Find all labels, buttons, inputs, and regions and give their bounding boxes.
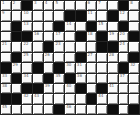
cell-r10c12[interactable] — [119, 94, 129, 103]
clue-number: 21 — [2, 42, 7, 46]
clue-number: 19 — [109, 32, 114, 36]
cell-r5c7[interactable] — [65, 42, 75, 51]
cell-r11c1[interactable]: 45 — [1, 105, 11, 114]
clue-number: 12 — [120, 11, 125, 15]
cell-r10c11[interactable] — [108, 94, 118, 103]
cell-r11c12[interactable] — [119, 105, 129, 114]
cell-r11c2[interactable] — [12, 105, 22, 114]
clue-number: 40 — [66, 84, 71, 88]
clue-number: 38 — [2, 84, 7, 88]
clue-number: 4 — [45, 1, 48, 5]
cell-r10c6[interactable] — [54, 94, 64, 103]
cell-r7c7[interactable]: 30 — [65, 63, 75, 72]
cell-r1c6[interactable]: 5 — [54, 1, 64, 10]
cell-r10c8[interactable] — [76, 94, 86, 103]
black-cell-r5c5 — [44, 42, 54, 51]
clue-number: 44 — [98, 94, 103, 98]
cell-r3c11[interactable] — [108, 22, 118, 31]
black-cell-r4c3 — [22, 32, 32, 41]
cell-r3c13[interactable] — [129, 22, 139, 31]
black-cell-r6c2 — [12, 53, 22, 62]
cell-r5c2[interactable] — [12, 42, 22, 51]
black-cell-r8c7 — [65, 74, 75, 83]
black-cell-r3c12 — [119, 22, 129, 31]
clue-number: 18 — [88, 32, 93, 36]
cell-r1c11[interactable] — [108, 1, 118, 10]
black-cell-r2c11 — [108, 11, 118, 20]
cell-r3c10[interactable]: 15 — [97, 22, 107, 31]
clue-number: 22 — [23, 42, 28, 46]
clue-number: 39 — [45, 84, 50, 88]
clue-number: 13 — [23, 22, 28, 26]
cell-r6c6[interactable] — [54, 53, 64, 62]
cell-r8c13[interactable] — [129, 74, 139, 83]
cell-r7c9[interactable] — [87, 63, 97, 72]
clue-number: 23 — [55, 42, 60, 46]
black-cell-r10c2 — [12, 94, 22, 103]
cell-r1c4[interactable]: 3 — [33, 1, 43, 10]
cell-r3c3[interactable]: 13 — [22, 22, 32, 31]
clue-number: 30 — [66, 63, 71, 67]
black-cell-r4c2 — [12, 32, 22, 41]
black-cell-r7c6 — [54, 63, 64, 72]
clue-number: 36 — [77, 74, 82, 78]
cell-r10c4[interactable]: 43 — [33, 94, 43, 103]
clue-number: 35 — [55, 74, 60, 78]
clue-number: 6 — [88, 1, 91, 5]
clue-number: 33 — [2, 74, 7, 78]
clue-number: 28 — [109, 53, 114, 57]
cell-r4c7[interactable] — [65, 32, 75, 41]
cell-r8c10[interactable] — [97, 74, 107, 83]
black-cell-r1c3 — [22, 1, 32, 10]
cell-r4c12[interactable]: 20 — [119, 32, 129, 41]
cell-r11c8[interactable] — [76, 105, 86, 114]
cell-r11c4[interactable] — [33, 105, 43, 114]
clue-number: 37 — [120, 74, 125, 78]
cell-r2c6[interactable] — [54, 11, 64, 20]
cell-r4c4[interactable]: 16 — [33, 32, 43, 41]
clue-number: 14 — [66, 22, 71, 26]
black-cell-r11c6 — [54, 105, 64, 114]
cell-r3c1[interactable] — [1, 22, 11, 31]
cell-r2c4[interactable] — [33, 11, 43, 20]
cell-r3c4[interactable] — [33, 22, 43, 31]
black-cell-r11c11 — [108, 105, 118, 114]
cell-r9c9[interactable] — [87, 84, 97, 93]
clue-number: 8 — [130, 1, 133, 5]
cell-r9c6[interactable] — [54, 84, 64, 93]
black-cell-r10c1 — [1, 94, 11, 103]
cell-r6c5[interactable]: 26 — [44, 53, 54, 62]
clue-number: 9 — [2, 11, 5, 15]
cell-r6c10[interactable] — [97, 53, 107, 62]
black-cell-r7c12 — [119, 63, 129, 72]
cell-r11c5[interactable] — [44, 105, 54, 114]
clue-number: 16 — [34, 32, 39, 36]
cell-r4c5[interactable] — [44, 32, 54, 41]
clue-number: 15 — [98, 22, 103, 26]
cell-r5c3[interactable]: 22 — [22, 42, 32, 51]
cell-r6c12[interactable] — [119, 53, 129, 62]
clue-number: 43 — [34, 94, 39, 98]
cell-r7c11[interactable] — [108, 63, 118, 72]
cell-r8c11[interactable] — [108, 74, 118, 83]
black-cell-r8c2 — [12, 74, 22, 83]
clue-number: 34 — [23, 74, 28, 78]
clue-number: 29 — [13, 63, 18, 67]
clue-number: 45 — [2, 105, 7, 109]
cell-r2c9[interactable]: 11 — [87, 11, 97, 20]
cell-r7c5[interactable] — [44, 63, 54, 72]
clue-number: 17 — [55, 32, 60, 36]
cell-r5c4[interactable] — [33, 42, 43, 51]
cell-r1c7[interactable] — [65, 1, 75, 10]
cell-r10c10[interactable]: 44 — [97, 94, 107, 103]
cell-r11c3[interactable] — [22, 105, 32, 114]
black-cell-r1c12 — [119, 1, 129, 10]
black-cell-r8c5 — [44, 74, 54, 83]
cell-r10c13[interactable] — [129, 94, 139, 103]
cell-r1c13[interactable]: 8 — [129, 1, 139, 10]
cell-r1c10[interactable]: 7 — [97, 1, 107, 10]
cell-r8c12[interactable]: 37 — [119, 74, 129, 83]
cell-r5c6[interactable]: 23 — [54, 42, 64, 51]
black-cell-r9c4 — [33, 84, 43, 93]
black-cell-r4c8 — [76, 32, 86, 41]
cell-r11c10[interactable] — [97, 105, 107, 114]
cell-r6c9[interactable]: 27 — [87, 53, 97, 62]
cell-r4c9[interactable]: 18 — [87, 32, 97, 41]
cell-r4c11[interactable]: 19 — [108, 32, 118, 41]
cell-r3c7[interactable]: 14 — [65, 22, 75, 31]
cell-r6c1[interactable] — [1, 53, 11, 62]
black-cell-r9c10 — [97, 84, 107, 93]
cell-r7c10[interactable] — [97, 63, 107, 72]
clue-number: 7 — [98, 1, 101, 5]
cell-r6c7[interactable] — [65, 53, 75, 62]
black-cell-r6c13 — [129, 53, 139, 62]
cell-r7c2[interactable]: 29 — [12, 63, 22, 72]
cell-r9c12[interactable] — [119, 84, 129, 93]
cell-r5c8[interactable] — [76, 42, 86, 51]
cell-r10c3[interactable]: 42 — [22, 94, 32, 103]
cell-r10c5[interactable] — [44, 94, 54, 103]
black-cell-r3c9 — [87, 22, 97, 31]
cell-r2c2[interactable] — [12, 11, 22, 20]
clue-number: 20 — [120, 32, 125, 36]
clue-number: 10 — [23, 11, 28, 15]
cell-r9c11[interactable]: 41 — [108, 84, 118, 93]
clue-number: 1 — [2, 1, 5, 5]
cell-r10c7[interactable] — [65, 94, 75, 103]
cell-r8c1[interactable]: 33 — [1, 74, 11, 83]
cell-r6c3[interactable]: 25 — [22, 53, 32, 62]
cell-r2c10[interactable] — [97, 11, 107, 20]
black-cell-r2c8 — [76, 11, 86, 20]
cell-r11c9[interactable] — [87, 105, 97, 114]
black-cell-r5c11 — [108, 42, 118, 51]
cell-r2c13[interactable] — [129, 11, 139, 20]
cell-r2c5[interactable] — [44, 11, 54, 20]
black-cell-r4c13 — [129, 32, 139, 41]
black-cell-r11c13 — [129, 105, 139, 114]
black-cell-r3c2 — [12, 22, 22, 31]
black-cell-r5c10 — [97, 42, 107, 51]
black-cell-r7c4 — [33, 63, 43, 72]
clue-number: 42 — [23, 94, 28, 98]
black-cell-r6c8 — [76, 53, 86, 62]
crossword-grid: 1234567891011121314151617181920212223242… — [0, 0, 140, 115]
cell-r9c7[interactable]: 40 — [65, 84, 75, 93]
clue-number: 25 — [23, 53, 28, 57]
cell-r2c12[interactable]: 12 — [119, 11, 129, 20]
cell-r1c9[interactable]: 6 — [87, 1, 97, 10]
clue-number: 41 — [109, 84, 114, 88]
black-cell-r2c7 — [65, 11, 75, 20]
cell-r5c12[interactable]: 24 — [119, 42, 129, 51]
black-cell-r9c3 — [22, 84, 32, 93]
black-cell-r10c9 — [87, 94, 97, 103]
clue-number: 11 — [88, 11, 93, 15]
cell-r2c1[interactable]: 9 — [1, 11, 11, 20]
cell-r8c9[interactable] — [87, 74, 97, 83]
cell-r7c3[interactable] — [22, 63, 32, 72]
black-cell-r3c6 — [54, 22, 64, 31]
cell-r5c9[interactable] — [87, 42, 97, 51]
cell-r9c13[interactable] — [129, 84, 139, 93]
black-cell-r9c8 — [76, 84, 86, 93]
clue-number: 27 — [88, 53, 93, 57]
clue-number: 5 — [55, 1, 58, 5]
clue-number: 26 — [45, 53, 50, 57]
cell-r1c5[interactable]: 4 — [44, 1, 54, 10]
cell-r5c13[interactable] — [129, 42, 139, 51]
cell-r8c4[interactable] — [33, 74, 43, 83]
clue-number: 24 — [120, 42, 125, 46]
clue-number: 31 — [77, 63, 82, 67]
clue-number: 2 — [13, 1, 16, 5]
cell-r9c1[interactable]: 38 — [1, 84, 11, 93]
cell-r5c1[interactable]: 21 — [1, 42, 11, 51]
cell-r8c8[interactable]: 36 — [76, 74, 86, 83]
cell-r4c6[interactable]: 17 — [54, 32, 64, 41]
cell-r8c6[interactable]: 35 — [54, 74, 64, 83]
cell-r6c4[interactable] — [33, 53, 43, 62]
cell-r6c11[interactable]: 28 — [108, 53, 118, 62]
cell-r7c13[interactable]: 32 — [129, 63, 139, 72]
black-cell-r4c10 — [97, 32, 107, 41]
cell-r9c2[interactable] — [12, 84, 22, 93]
cell-r4c1[interactable] — [1, 32, 11, 41]
cell-r3c5[interactable] — [44, 22, 54, 31]
clue-number: 3 — [34, 1, 37, 5]
cell-r2c3[interactable]: 10 — [22, 11, 32, 20]
clue-number: 32 — [130, 63, 135, 67]
cell-r3c8[interactable] — [76, 22, 86, 31]
cell-r7c8[interactable]: 31 — [76, 63, 86, 72]
cell-r1c2[interactable]: 2 — [12, 1, 22, 10]
cell-r1c8[interactable] — [76, 1, 86, 10]
cell-r1c1[interactable]: 1 — [1, 1, 11, 10]
black-cell-r7c1 — [1, 63, 11, 72]
cell-r9c5[interactable]: 39 — [44, 84, 54, 93]
clue-number: 46 — [66, 105, 71, 109]
cell-r11c7[interactable]: 46 — [65, 105, 75, 114]
cell-r8c3[interactable]: 34 — [22, 74, 32, 83]
